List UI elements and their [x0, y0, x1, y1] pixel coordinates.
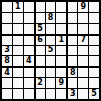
cell-r4c7[interactable] [67, 35, 77, 45]
cell-r9c6[interactable] [56, 89, 66, 99]
cell-r4c5[interactable] [46, 35, 56, 45]
cell-r8c4-given-2[interactable]: 2 [35, 78, 45, 88]
cell-r7c7-given-8[interactable]: 8 [67, 67, 77, 77]
cell-r1c4[interactable] [35, 2, 45, 12]
cell-r7c5[interactable] [46, 67, 56, 77]
cell-r4c4-given-6[interactable]: 6 [35, 35, 45, 45]
cell-r2c9[interactable] [89, 13, 99, 23]
cell-r3c8[interactable] [78, 24, 88, 34]
cell-r8c2[interactable] [13, 78, 23, 88]
cell-r2c2[interactable] [13, 13, 23, 23]
cell-r1c1[interactable] [2, 2, 12, 12]
cell-r7c8[interactable] [78, 67, 88, 77]
cell-r6c8[interactable] [78, 56, 88, 66]
cell-r8c7[interactable] [67, 78, 77, 88]
cell-r5c9[interactable] [89, 46, 99, 56]
cell-r5c7[interactable] [67, 46, 77, 56]
cell-r8c6-given-9[interactable]: 9 [56, 78, 66, 88]
cell-r9c5[interactable] [46, 89, 56, 99]
cell-r7c3[interactable] [24, 67, 34, 77]
cell-r3c3[interactable] [24, 24, 34, 34]
cell-r2c7[interactable] [67, 13, 77, 23]
cell-r3c5[interactable] [46, 24, 56, 34]
cell-r5c3[interactable] [24, 46, 34, 56]
cell-r7c1-given-4[interactable]: 4 [2, 67, 12, 77]
cell-r5c5-given-5[interactable]: 5 [46, 46, 56, 56]
cell-r2c3[interactable] [24, 13, 34, 23]
cell-r6c9[interactable] [89, 56, 99, 66]
cell-r4c8-given-7[interactable]: 7 [78, 35, 88, 45]
cell-r8c3[interactable] [24, 78, 34, 88]
cell-r7c2[interactable] [13, 67, 23, 77]
cell-r4c2[interactable] [13, 35, 23, 45]
cell-r2c8[interactable] [78, 13, 88, 23]
cell-r6c5[interactable] [46, 56, 56, 66]
cell-r6c2[interactable] [13, 56, 23, 66]
cell-r9c8[interactable] [78, 89, 88, 99]
cell-r5c4[interactable] [35, 46, 45, 56]
cell-r8c8[interactable] [78, 78, 88, 88]
cell-r4c3[interactable] [24, 35, 34, 45]
cell-r9c3[interactable] [24, 89, 34, 99]
cell-r4c1[interactable] [2, 35, 12, 45]
cell-r4c9[interactable] [89, 35, 99, 45]
cell-r1c8-given-9[interactable]: 9 [78, 2, 88, 12]
cell-r3c6[interactable] [56, 24, 66, 34]
cell-r1c3[interactable] [24, 2, 34, 12]
cell-r9c9-given-5[interactable]: 5 [89, 89, 99, 99]
cell-r3c9[interactable] [89, 24, 99, 34]
cell-r6c1-given-8[interactable]: 8 [2, 56, 12, 66]
cell-r3c1[interactable] [2, 24, 12, 34]
cell-r1c6[interactable] [56, 2, 66, 12]
cell-r6c7[interactable] [67, 56, 77, 66]
cell-r6c3-given-4[interactable]: 4 [24, 56, 34, 66]
cell-r8c5[interactable] [46, 78, 56, 88]
cell-r1c5[interactable] [46, 2, 56, 12]
cell-r2c4[interactable] [35, 13, 45, 23]
cell-r2c5-given-8[interactable]: 8 [46, 13, 56, 23]
cell-r8c9[interactable] [89, 78, 99, 88]
cell-r3c2[interactable] [13, 24, 23, 34]
cell-r5c6[interactable] [56, 46, 66, 56]
cell-r5c8[interactable] [78, 46, 88, 56]
cell-r5c1-given-3[interactable]: 3 [2, 46, 12, 56]
cell-r5c2[interactable] [13, 46, 23, 56]
cell-r1c2-given-1[interactable]: 1 [13, 2, 23, 12]
cell-r7c4[interactable] [35, 67, 45, 77]
cell-r1c9[interactable] [89, 2, 99, 12]
cell-r6c6[interactable] [56, 56, 66, 66]
cell-r3c7[interactable] [67, 24, 77, 34]
cell-r9c7-given-3[interactable]: 3 [67, 89, 77, 99]
cell-r9c1[interactable] [2, 89, 12, 99]
cell-r7c6[interactable] [56, 67, 66, 77]
cell-r8c1[interactable] [2, 78, 12, 88]
cell-r9c2[interactable] [13, 89, 23, 99]
cell-r2c6[interactable] [56, 13, 66, 23]
cell-r1c7[interactable] [67, 2, 77, 12]
cell-r9c4[interactable] [35, 89, 45, 99]
sudoku-board: 19856173584482935 [0, 0, 101, 101]
cell-r3c4-given-5[interactable]: 5 [35, 24, 45, 34]
cell-r6c4[interactable] [35, 56, 45, 66]
cell-r4c6-given-1[interactable]: 1 [56, 35, 66, 45]
cell-r7c9[interactable] [89, 67, 99, 77]
cell-r2c1[interactable] [2, 13, 12, 23]
